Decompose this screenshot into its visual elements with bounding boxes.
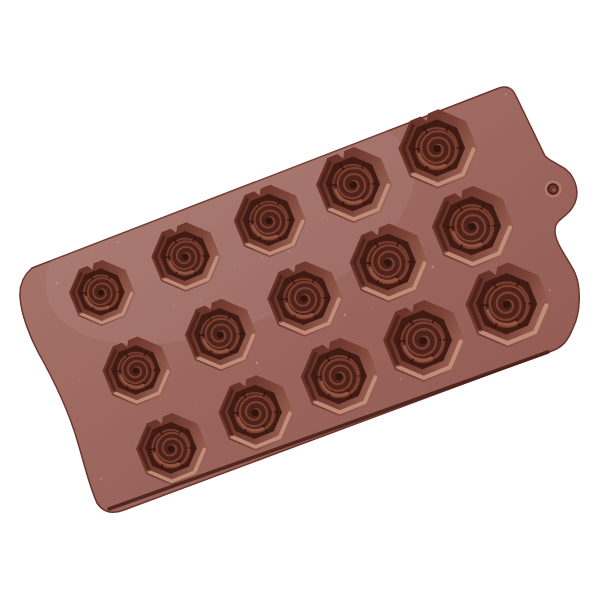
hole-center <box>552 188 556 192</box>
hanging-hole <box>546 182 561 197</box>
product-photo-stage <box>0 0 600 600</box>
chocolate-mold-photo <box>0 0 600 600</box>
